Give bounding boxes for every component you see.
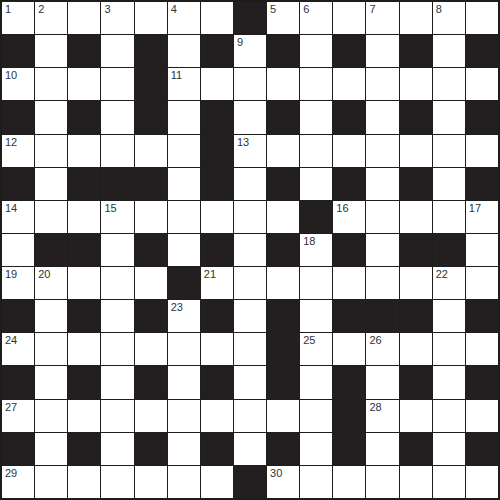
cell-r10c5[interactable] — [168, 333, 200, 365]
cell-r13c13[interactable] — [433, 433, 465, 465]
cell-r13c11[interactable] — [366, 433, 398, 465]
cell-r5c1[interactable] — [35, 168, 67, 200]
cell-r10c6[interactable] — [201, 333, 233, 365]
block-cell-r13c4 — [135, 433, 167, 465]
cell-r0c0[interactable]: 1 — [2, 2, 34, 34]
cell-r6c2[interactable] — [68, 201, 100, 233]
cell-r2c14[interactable] — [466, 68, 498, 100]
clue-number-2: 2 — [38, 3, 44, 16]
cell-r0c11[interactable]: 7 — [366, 2, 398, 34]
cell-r0c10[interactable] — [333, 2, 365, 34]
cell-r2c7[interactable] — [234, 68, 266, 100]
clue-number-17: 17 — [469, 202, 481, 215]
clue-number-11: 11 — [171, 69, 182, 82]
cell-r10c4[interactable] — [135, 333, 167, 365]
clue-number-1: 1 — [5, 3, 11, 16]
block-cell-r11c4 — [135, 366, 167, 398]
cell-r8c13[interactable]: 22 — [433, 267, 465, 299]
clue-number-16: 16 — [336, 202, 348, 215]
block-cell-r1c14 — [466, 35, 498, 67]
cell-r0c5[interactable]: 4 — [168, 2, 200, 34]
cell-r3c13[interactable] — [433, 101, 465, 133]
cell-r6c4[interactable] — [135, 201, 167, 233]
block-cell-r5c6 — [201, 168, 233, 200]
cell-r7c3[interactable] — [101, 234, 133, 266]
clue-number-5: 5 — [270, 3, 276, 16]
cell-r4c5[interactable] — [168, 135, 200, 167]
block-cell-r13c8 — [267, 433, 299, 465]
block-cell-r5c12 — [400, 168, 432, 200]
cell-r1c5[interactable] — [168, 35, 200, 67]
cell-r6c1[interactable] — [35, 201, 67, 233]
cell-r6c10[interactable]: 16 — [333, 201, 365, 233]
cell-r14c13[interactable] — [433, 466, 465, 498]
cell-r13c1[interactable] — [35, 433, 67, 465]
cell-r12c14[interactable] — [466, 400, 498, 432]
clue-number-18: 18 — [303, 235, 315, 248]
cell-r11c5[interactable] — [168, 366, 200, 398]
clue-number-24: 24 — [5, 334, 17, 347]
cell-r8c11[interactable] — [366, 267, 398, 299]
cell-r3c7[interactable] — [234, 101, 266, 133]
cell-r11c1[interactable] — [35, 366, 67, 398]
clue-number-20: 20 — [38, 268, 50, 281]
block-cell-r9c0 — [2, 300, 34, 332]
block-cell-r3c2 — [68, 101, 100, 133]
cell-r0c3[interactable]: 3 — [101, 2, 133, 34]
cell-r10c9[interactable]: 25 — [300, 333, 332, 365]
cell-r10c14[interactable] — [466, 333, 498, 365]
clue-number-6: 6 — [303, 3, 309, 16]
cell-r1c11[interactable] — [366, 35, 398, 67]
cell-r0c1[interactable]: 2 — [35, 2, 67, 34]
block-cell-r7c4 — [135, 234, 167, 266]
cell-r12c12[interactable] — [400, 400, 432, 432]
cell-r6c3[interactable]: 15 — [101, 201, 133, 233]
clue-number-28: 28 — [369, 401, 381, 414]
cell-r12c13[interactable] — [433, 400, 465, 432]
clue-number-7: 7 — [369, 3, 375, 16]
block-cell-r13c14 — [466, 433, 498, 465]
cell-r2c1[interactable] — [35, 68, 67, 100]
cell-r14c6[interactable] — [201, 466, 233, 498]
cell-r10c1[interactable] — [35, 333, 67, 365]
block-cell-r3c14 — [466, 101, 498, 133]
cell-r8c2[interactable] — [68, 267, 100, 299]
clue-number-30: 30 — [270, 467, 282, 480]
clue-number-21: 21 — [204, 268, 216, 281]
cell-r12c4[interactable] — [135, 400, 167, 432]
block-cell-r9c6 — [201, 300, 233, 332]
clue-number-29: 29 — [5, 467, 17, 480]
cell-r8c12[interactable] — [400, 267, 432, 299]
cell-r8c14[interactable] — [466, 267, 498, 299]
block-cell-r7c10 — [333, 234, 365, 266]
clue-number-15: 15 — [104, 202, 116, 215]
clue-number-19: 19 — [5, 268, 17, 281]
cell-r7c5[interactable] — [168, 234, 200, 266]
block-cell-r13c0 — [2, 433, 34, 465]
block-cell-r11c14 — [466, 366, 498, 398]
cell-r5c11[interactable] — [366, 168, 398, 200]
block-cell-r3c4 — [135, 101, 167, 133]
cell-r12c9[interactable] — [300, 400, 332, 432]
cell-r0c2[interactable] — [68, 2, 100, 34]
cell-r9c1[interactable] — [35, 300, 67, 332]
block-cell-r13c6 — [201, 433, 233, 465]
cell-r9c3[interactable] — [101, 300, 133, 332]
cell-r9c7[interactable] — [234, 300, 266, 332]
cell-r2c9[interactable] — [300, 68, 332, 100]
cell-r13c3[interactable] — [101, 433, 133, 465]
cell-r2c13[interactable] — [433, 68, 465, 100]
block-cell-r10c8 — [267, 333, 299, 365]
crossword-board: 1234567891011121314151617181920212223242… — [0, 0, 500, 500]
block-cell-r14c7 — [234, 466, 266, 498]
block-cell-r1c6 — [201, 35, 233, 67]
cell-r2c11[interactable] — [366, 68, 398, 100]
cell-r8c6[interactable]: 21 — [201, 267, 233, 299]
cell-r10c13[interactable] — [433, 333, 465, 365]
cell-r6c6[interactable] — [201, 201, 233, 233]
cell-r14c10[interactable] — [333, 466, 365, 498]
block-cell-r3c8 — [267, 101, 299, 133]
cell-r8c3[interactable] — [101, 267, 133, 299]
cell-r2c3[interactable] — [101, 68, 133, 100]
block-cell-r5c10 — [333, 168, 365, 200]
block-cell-r8c5 — [168, 267, 200, 299]
cell-r4c14[interactable] — [466, 135, 498, 167]
block-cell-r7c1 — [35, 234, 67, 266]
block-cell-r5c8 — [267, 168, 299, 200]
cell-r14c11[interactable] — [366, 466, 398, 498]
cell-r5c7[interactable] — [234, 168, 266, 200]
block-cell-r0c7 — [234, 2, 266, 34]
cell-r1c13[interactable] — [433, 35, 465, 67]
cell-r11c9[interactable] — [300, 366, 332, 398]
block-cell-r5c3 — [101, 168, 133, 200]
cell-r6c14[interactable]: 17 — [466, 201, 498, 233]
block-cell-r9c14 — [466, 300, 498, 332]
block-cell-r11c6 — [201, 366, 233, 398]
cell-r8c8[interactable] — [267, 267, 299, 299]
block-cell-r11c8 — [267, 366, 299, 398]
block-cell-r1c12 — [400, 35, 432, 67]
cell-r0c8[interactable]: 5 — [267, 2, 299, 34]
cell-r6c0[interactable]: 14 — [2, 201, 34, 233]
cell-r6c13[interactable] — [433, 201, 465, 233]
cell-r2c10[interactable] — [333, 68, 365, 100]
cell-r10c11[interactable]: 26 — [366, 333, 398, 365]
block-cell-r1c0 — [2, 35, 34, 67]
cell-r1c7[interactable]: 9 — [234, 35, 266, 67]
cell-r14c2[interactable] — [68, 466, 100, 498]
clue-number-4: 4 — [171, 3, 177, 16]
cell-r4c7[interactable]: 13 — [234, 135, 266, 167]
block-cell-r7c8 — [267, 234, 299, 266]
block-cell-r13c12 — [400, 433, 432, 465]
block-cell-r9c11 — [366, 300, 398, 332]
clue-number-3: 3 — [104, 3, 110, 16]
clue-number-27: 27 — [5, 401, 17, 414]
cell-r0c6[interactable] — [201, 2, 233, 34]
cell-r3c9[interactable] — [300, 101, 332, 133]
cell-r12c8[interactable] — [267, 400, 299, 432]
block-cell-r1c10 — [333, 35, 365, 67]
cell-r2c0[interactable]: 10 — [2, 68, 34, 100]
cell-r9c5[interactable]: 23 — [168, 300, 200, 332]
block-cell-r9c10 — [333, 300, 365, 332]
cell-r2c8[interactable] — [267, 68, 299, 100]
block-cell-r3c12 — [400, 101, 432, 133]
cell-r2c2[interactable] — [68, 68, 100, 100]
cell-r6c5[interactable] — [168, 201, 200, 233]
block-cell-r9c8 — [267, 300, 299, 332]
cell-r0c4[interactable] — [135, 2, 167, 34]
block-cell-r1c8 — [267, 35, 299, 67]
block-cell-r11c2 — [68, 366, 100, 398]
block-cell-r1c4 — [135, 35, 167, 67]
clue-number-26: 26 — [369, 334, 381, 347]
block-cell-r12c10 — [333, 400, 365, 432]
clue-number-9: 9 — [237, 36, 243, 49]
cell-r1c3[interactable] — [101, 35, 133, 67]
cell-r5c13[interactable] — [433, 168, 465, 200]
cell-r13c9[interactable] — [300, 433, 332, 465]
cell-r1c9[interactable] — [300, 35, 332, 67]
cell-r6c7[interactable] — [234, 201, 266, 233]
cell-r0c12[interactable] — [400, 2, 432, 34]
block-cell-r4c6 — [201, 135, 233, 167]
cell-r2c5[interactable]: 11 — [168, 68, 200, 100]
cell-r12c2[interactable] — [68, 400, 100, 432]
block-cell-r11c0 — [2, 366, 34, 398]
cell-r11c7[interactable] — [234, 366, 266, 398]
cell-r12c5[interactable] — [168, 400, 200, 432]
cell-r4c11[interactable] — [366, 135, 398, 167]
clue-number-13: 13 — [237, 136, 249, 149]
cell-r4c9[interactable] — [300, 135, 332, 167]
cell-r14c12[interactable] — [400, 466, 432, 498]
block-cell-r7c6 — [201, 234, 233, 266]
cell-r6c12[interactable] — [400, 201, 432, 233]
cell-r14c4[interactable] — [135, 466, 167, 498]
cell-r12c7[interactable] — [234, 400, 266, 432]
cell-r3c5[interactable] — [168, 101, 200, 133]
cell-r12c0[interactable]: 27 — [2, 400, 34, 432]
cell-r7c14[interactable] — [466, 234, 498, 266]
block-cell-r9c12 — [400, 300, 432, 332]
clue-number-12: 12 — [5, 136, 17, 149]
cell-r12c6[interactable] — [201, 400, 233, 432]
block-cell-r5c14 — [466, 168, 498, 200]
cell-r13c7[interactable] — [234, 433, 266, 465]
cell-r0c9[interactable]: 6 — [300, 2, 332, 34]
block-cell-r6c9 — [300, 201, 332, 233]
cell-r10c10[interactable] — [333, 333, 365, 365]
cell-r4c10[interactable] — [333, 135, 365, 167]
cell-r7c11[interactable] — [366, 234, 398, 266]
cell-r14c8[interactable]: 30 — [267, 466, 299, 498]
cell-r14c3[interactable] — [101, 466, 133, 498]
cell-r7c9[interactable]: 18 — [300, 234, 332, 266]
cell-r14c14[interactable] — [466, 466, 498, 498]
block-cell-r5c2 — [68, 168, 100, 200]
cell-r12c3[interactable] — [101, 400, 133, 432]
cell-r4c1[interactable] — [35, 135, 67, 167]
clue-number-8: 8 — [436, 3, 442, 16]
cell-r11c11[interactable] — [366, 366, 398, 398]
block-cell-r7c13 — [433, 234, 465, 266]
block-cell-r11c10 — [333, 366, 365, 398]
cell-r1c1[interactable] — [35, 35, 67, 67]
cell-r10c0[interactable]: 24 — [2, 333, 34, 365]
cell-r8c9[interactable] — [300, 267, 332, 299]
cell-r8c0[interactable]: 19 — [2, 267, 34, 299]
cell-r7c0[interactable] — [2, 234, 34, 266]
clue-number-22: 22 — [436, 268, 448, 281]
block-cell-r3c6 — [201, 101, 233, 133]
cell-r4c4[interactable] — [135, 135, 167, 167]
cell-r4c0[interactable]: 12 — [2, 135, 34, 167]
cell-r14c5[interactable] — [168, 466, 200, 498]
block-cell-r11c12 — [400, 366, 432, 398]
cell-r4c3[interactable] — [101, 135, 133, 167]
cell-r10c12[interactable] — [400, 333, 432, 365]
block-cell-r9c4 — [135, 300, 167, 332]
cell-r6c8[interactable] — [267, 201, 299, 233]
block-cell-r9c2 — [68, 300, 100, 332]
cell-r4c8[interactable] — [267, 135, 299, 167]
clue-number-10: 10 — [5, 69, 17, 82]
cell-r14c1[interactable] — [35, 466, 67, 498]
cell-r7c7[interactable] — [234, 234, 266, 266]
cell-r3c3[interactable] — [101, 101, 133, 133]
block-cell-r2c4 — [135, 68, 167, 100]
cell-r2c6[interactable] — [201, 68, 233, 100]
cell-r3c1[interactable] — [35, 101, 67, 133]
cell-r5c5[interactable] — [168, 168, 200, 200]
cell-r0c14[interactable] — [466, 2, 498, 34]
cell-r4c12[interactable] — [400, 135, 432, 167]
cell-r9c13[interactable] — [433, 300, 465, 332]
cell-r8c7[interactable] — [234, 267, 266, 299]
cell-r11c3[interactable] — [101, 366, 133, 398]
clue-number-23: 23 — [171, 301, 183, 314]
cell-r3c11[interactable] — [366, 101, 398, 133]
cell-r11c13[interactable] — [433, 366, 465, 398]
cell-r12c1[interactable] — [35, 400, 67, 432]
block-cell-r13c2 — [68, 433, 100, 465]
block-cell-r3c0 — [2, 101, 34, 133]
block-cell-r5c0 — [2, 168, 34, 200]
clue-number-14: 14 — [5, 202, 17, 215]
block-cell-r5c4 — [135, 168, 167, 200]
cell-r14c0[interactable]: 29 — [2, 466, 34, 498]
block-cell-r3c10 — [333, 101, 365, 133]
block-cell-r7c2 — [68, 234, 100, 266]
cell-r5c9[interactable] — [300, 168, 332, 200]
cell-r0c13[interactable]: 8 — [433, 2, 465, 34]
clue-number-25: 25 — [303, 334, 315, 347]
cell-r8c10[interactable] — [333, 267, 365, 299]
cell-r13c5[interactable] — [168, 433, 200, 465]
cell-r4c13[interactable] — [433, 135, 465, 167]
block-cell-r7c12 — [400, 234, 432, 266]
cell-r10c3[interactable] — [101, 333, 133, 365]
cell-r14c9[interactable] — [300, 466, 332, 498]
cell-r4c2[interactable] — [68, 135, 100, 167]
cell-r6c11[interactable] — [366, 201, 398, 233]
cell-r12c11[interactable]: 28 — [366, 400, 398, 432]
cell-r9c9[interactable] — [300, 300, 332, 332]
block-cell-r13c10 — [333, 433, 365, 465]
cell-r8c1[interactable]: 20 — [35, 267, 67, 299]
block-cell-r1c2 — [68, 35, 100, 67]
cell-r2c12[interactable] — [400, 68, 432, 100]
cell-r10c7[interactable] — [234, 333, 266, 365]
cell-r8c4[interactable] — [135, 267, 167, 299]
cell-r10c2[interactable] — [68, 333, 100, 365]
